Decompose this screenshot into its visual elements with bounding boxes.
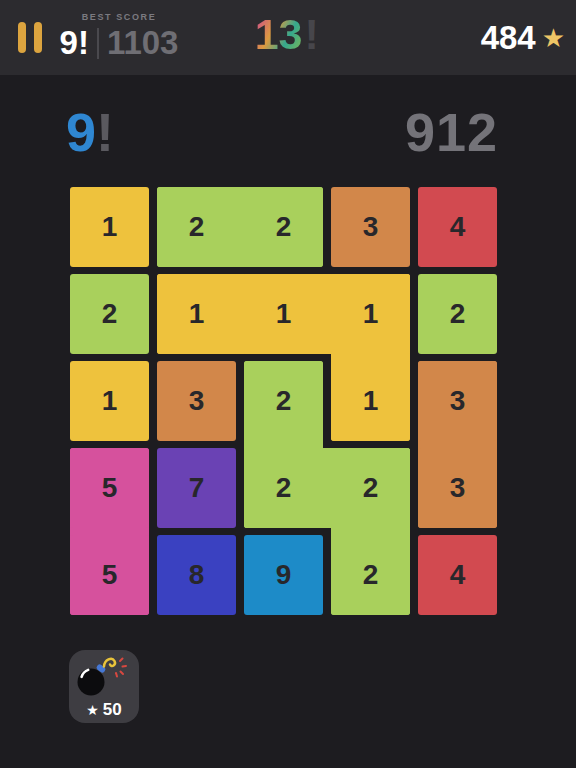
pause-icon bbox=[18, 22, 26, 53]
tile-r4c2[interactable]: 7 bbox=[157, 448, 236, 528]
tile-value: 5 bbox=[102, 559, 118, 591]
tile-value: 3 bbox=[450, 385, 466, 417]
tile-value: 1 bbox=[363, 298, 379, 330]
tile-r2c3[interactable]: 1 bbox=[244, 274, 323, 354]
best-score-group: BEST SCORE 9! 1103 bbox=[58, 12, 180, 62]
powerup-cost-value: 50 bbox=[103, 701, 122, 718]
tile-r2c5[interactable]: 2 bbox=[418, 274, 497, 354]
tile-value: 7 bbox=[189, 472, 205, 504]
tile-r3c2[interactable]: 3 bbox=[157, 361, 236, 441]
bomb-powerup-button[interactable]: ★ 50 bbox=[69, 650, 139, 723]
top-bar: BEST SCORE 9! 1103 13 ! 484 ★ bbox=[0, 0, 576, 75]
tile-r4c4[interactable]: 2 bbox=[331, 448, 410, 528]
tile-value: 2 bbox=[276, 472, 292, 504]
target-level-number: 13 bbox=[255, 13, 303, 56]
best-score-label: BEST SCORE bbox=[58, 12, 180, 22]
tile-value: 5 bbox=[102, 472, 118, 504]
tile-r3c1[interactable]: 1 bbox=[70, 361, 149, 441]
pause-icon bbox=[34, 22, 42, 53]
tile-value: 2 bbox=[102, 298, 118, 330]
tile-r3c3[interactable]: 2 bbox=[244, 361, 323, 441]
tile-value: 2 bbox=[189, 211, 205, 243]
stars-group: 484 ★ bbox=[481, 0, 565, 75]
board: 1223421111213222233557894 bbox=[70, 187, 497, 615]
tile-value: 2 bbox=[276, 385, 292, 417]
tile-r3c5[interactable]: 3 bbox=[418, 361, 497, 441]
tile-r5c4[interactable]: 2 bbox=[331, 535, 410, 615]
tile-value: 2 bbox=[363, 559, 379, 591]
tile-value: 2 bbox=[450, 298, 466, 330]
tile-r1c4[interactable]: 3 bbox=[331, 187, 410, 267]
divider bbox=[97, 28, 99, 59]
tile-r1c2[interactable]: 2 bbox=[157, 187, 236, 267]
star-icon: ★ bbox=[542, 25, 565, 51]
target-level-suffix: ! bbox=[304, 13, 318, 56]
current-level-display: 9 ! bbox=[66, 104, 114, 161]
tile-value: 1 bbox=[102, 385, 118, 417]
tile-value: 1 bbox=[276, 298, 292, 330]
tile-r5c3[interactable]: 9 bbox=[244, 535, 323, 615]
tile-value: 1 bbox=[102, 211, 118, 243]
tile-value: 1 bbox=[363, 385, 379, 417]
level-suffix: ! bbox=[96, 104, 114, 161]
tile-r4c5[interactable]: 3 bbox=[418, 448, 497, 528]
best-score-value: 1103 bbox=[107, 24, 179, 62]
level-number: 9 bbox=[66, 104, 96, 161]
tile-value: 4 bbox=[450, 211, 466, 243]
score-display: 912 bbox=[405, 104, 498, 161]
tile-r2c1[interactable]: 2 bbox=[70, 274, 149, 354]
tile-value: 4 bbox=[450, 559, 466, 591]
tile-r4c3[interactable]: 2 bbox=[244, 448, 323, 528]
tile-value: 9 bbox=[276, 559, 292, 591]
tile-value: 1 bbox=[189, 298, 205, 330]
tile-value: 8 bbox=[189, 559, 205, 591]
tile-r5c2[interactable]: 8 bbox=[157, 535, 236, 615]
tile-value: 3 bbox=[450, 472, 466, 504]
tile-value: 3 bbox=[189, 385, 205, 417]
powerup-cost: ★ 50 bbox=[69, 701, 139, 718]
bomb-icon bbox=[74, 655, 134, 699]
pause-button[interactable] bbox=[18, 22, 44, 54]
tile-value: 3 bbox=[363, 211, 379, 243]
tile-r2c2[interactable]: 1 bbox=[157, 274, 236, 354]
tile-r3c4[interactable]: 1 bbox=[331, 361, 410, 441]
tile-r4c1[interactable]: 5 bbox=[70, 448, 149, 528]
tile-r1c1[interactable]: 1 bbox=[70, 187, 149, 267]
tile-r1c3[interactable]: 2 bbox=[244, 187, 323, 267]
target-level: 13 ! bbox=[255, 13, 319, 56]
tile-r5c1[interactable]: 5 bbox=[70, 535, 149, 615]
tile-r2c4[interactable]: 1 bbox=[331, 274, 410, 354]
tile-value: 2 bbox=[276, 211, 292, 243]
stars-count: 484 bbox=[481, 19, 536, 57]
star-icon: ★ bbox=[86, 703, 99, 717]
board-header: 9 ! 912 bbox=[66, 104, 498, 161]
tile-r1c5[interactable]: 4 bbox=[418, 187, 497, 267]
tile-value: 2 bbox=[363, 472, 379, 504]
current-level: 9! bbox=[60, 24, 89, 62]
tile-r5c5[interactable]: 4 bbox=[418, 535, 497, 615]
